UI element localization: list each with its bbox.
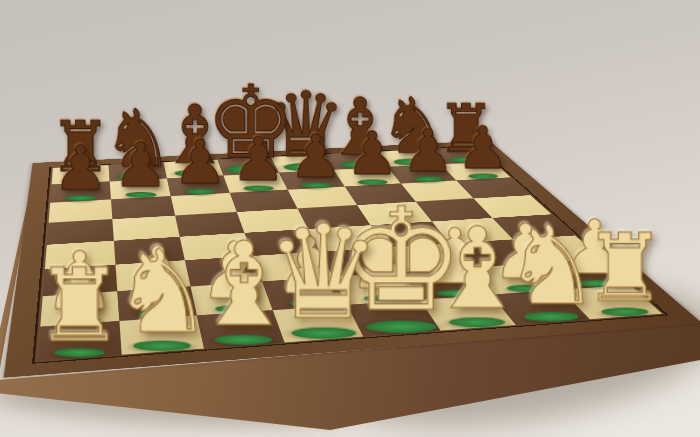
piece-black-pawn: ♟	[457, 120, 509, 178]
square-d7: ♟	[223, 173, 287, 193]
piece-black-pawn: ♟	[53, 138, 108, 200]
piece-black-pawn: ♟	[113, 135, 168, 196]
square-a7: ♟	[50, 182, 111, 203]
piece-black-pawn: ♟	[346, 125, 399, 184]
piece-black-pawn: ♟	[173, 133, 227, 194]
piece-black-pawn: ♟	[289, 127, 343, 187]
photo-scene: ♜♞♝♚♛♝♞♜♟♟♟♟♟♟♟♟♟♟♟♟♟♟♟♟♜♞♝♛♚♝♞♜	[0, 0, 700, 437]
square-b1: ♞	[119, 316, 204, 355]
square-a1: ♜	[38, 321, 122, 361]
square-c7: ♟	[167, 176, 230, 197]
piece-white-rook: ♜	[34, 255, 124, 356]
square-b7: ♟	[110, 179, 171, 200]
piece-black-pawn: ♟	[231, 130, 285, 190]
square-e7: ♟	[279, 170, 345, 190]
perspective-container: ♜♞♝♚♛♝♞♜♟♟♟♟♟♟♟♟♟♟♟♟♟♟♟♟♜♞♝♛♚♝♞♜	[0, 0, 700, 437]
piece-black-pawn: ♟	[402, 122, 455, 181]
piece-white-knight: ♞	[111, 235, 214, 350]
chess-board: ♜♞♝♚♛♝♞♜♟♟♟♟♟♟♟♟♟♟♟♟♟♟♟♟♜♞♝♛♚♝♞♜	[38, 147, 663, 361]
chess-board-frame: ♜♞♝♚♛♝♞♜♟♟♟♟♟♟♟♟♟♟♟♟♟♟♟♟♜♞♝♛♚♝♞♜	[4, 141, 700, 378]
